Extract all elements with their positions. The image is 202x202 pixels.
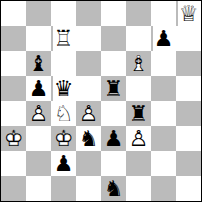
square-g4[interactable]: [151, 101, 176, 126]
square-h5[interactable]: [176, 76, 201, 101]
square-e1[interactable]: ♞: [101, 176, 126, 201]
square-e8[interactable]: [101, 1, 126, 26]
square-c7[interactable]: ♜♖: [51, 26, 76, 51]
square-c4[interactable]: ♞♘: [51, 101, 76, 126]
square-g3[interactable]: [151, 126, 176, 151]
square-a1[interactable]: [1, 176, 26, 201]
square-b2[interactable]: [26, 151, 51, 176]
square-a3[interactable]: ♚♔: [1, 126, 26, 151]
square-h3[interactable]: [176, 126, 201, 151]
square-d2[interactable]: [76, 151, 101, 176]
square-f3[interactable]: ♟♙: [126, 126, 151, 151]
black-rook: ♜: [101, 76, 126, 101]
square-b7[interactable]: [26, 26, 51, 51]
square-e6[interactable]: [101, 51, 126, 76]
square-a2[interactable]: [1, 151, 26, 176]
square-g7[interactable]: ♟: [151, 26, 176, 51]
square-g6[interactable]: [151, 51, 176, 76]
black-knight: ♞: [76, 126, 101, 151]
square-h6[interactable]: [176, 51, 201, 76]
square-c3[interactable]: ♚♔: [51, 126, 76, 151]
square-f7[interactable]: [126, 26, 151, 51]
black-pawn: ♟: [26, 76, 51, 101]
square-h1[interactable]: [176, 176, 201, 201]
square-a5[interactable]: [1, 76, 26, 101]
square-c5[interactable]: ♛: [51, 76, 76, 101]
square-b6[interactable]: ♝: [26, 51, 51, 76]
square-e7[interactable]: [101, 26, 126, 51]
black-pawn: ♟: [101, 126, 126, 151]
white-rook: ♜♖: [51, 26, 76, 51]
square-g1[interactable]: [151, 176, 176, 201]
black-pawn: ♟: [151, 26, 176, 51]
black-bishop: ♝: [26, 51, 51, 76]
square-d6[interactable]: [76, 51, 101, 76]
square-h8[interactable]: ♛♕: [176, 1, 201, 26]
square-g5[interactable]: [151, 76, 176, 101]
black-queen: ♛: [51, 76, 76, 101]
black-rook: ♜: [126, 101, 151, 126]
square-e2[interactable]: [101, 151, 126, 176]
square-b8[interactable]: [26, 1, 51, 26]
square-a4[interactable]: [1, 101, 26, 126]
square-e3[interactable]: ♟: [101, 126, 126, 151]
square-h7[interactable]: [176, 26, 201, 51]
black-knight: ♞: [101, 176, 126, 201]
square-e4[interactable]: [101, 101, 126, 126]
square-g8[interactable]: [151, 1, 176, 26]
square-d1[interactable]: [76, 176, 101, 201]
white-pawn: ♟♙: [76, 101, 101, 126]
square-f2[interactable]: [126, 151, 151, 176]
square-a8[interactable]: [1, 1, 26, 26]
white-bishop: ♝♗: [126, 51, 151, 76]
square-c2[interactable]: ♟: [51, 151, 76, 176]
square-a6[interactable]: [1, 51, 26, 76]
square-d3[interactable]: ♞: [76, 126, 101, 151]
square-d7[interactable]: [76, 26, 101, 51]
white-king: ♚♔: [51, 126, 76, 151]
white-king: ♚♔: [1, 126, 26, 151]
square-c1[interactable]: [51, 176, 76, 201]
square-d4[interactable]: ♟♙: [76, 101, 101, 126]
white-knight: ♞♘: [51, 101, 76, 126]
chess-board: ♛♕♜♖♟♝♝♗♟♛♜♟♙♞♘♟♙♜♚♔♚♔♞♟♟♙♟♞: [1, 1, 201, 201]
square-f4[interactable]: ♜: [126, 101, 151, 126]
square-f6[interactable]: ♝♗: [126, 51, 151, 76]
square-a7[interactable]: [1, 26, 26, 51]
square-c8[interactable]: [51, 1, 76, 26]
square-e5[interactable]: ♜: [101, 76, 126, 101]
board-frame: ♛♕♜♖♟♝♝♗♟♛♜♟♙♞♘♟♙♜♚♔♚♔♞♟♟♙♟♞: [0, 0, 202, 202]
square-b3[interactable]: [26, 126, 51, 151]
square-f1[interactable]: [126, 176, 151, 201]
white-pawn: ♟♙: [26, 101, 51, 126]
square-f8[interactable]: [126, 1, 151, 26]
square-h4[interactable]: [176, 101, 201, 126]
white-queen: ♛♕: [176, 1, 201, 26]
square-h2[interactable]: [176, 151, 201, 176]
square-g2[interactable]: [151, 151, 176, 176]
black-pawn: ♟: [51, 151, 76, 176]
square-f5[interactable]: [126, 76, 151, 101]
square-d8[interactable]: [76, 1, 101, 26]
square-c6[interactable]: [51, 51, 76, 76]
square-b1[interactable]: [26, 176, 51, 201]
square-d5[interactable]: [76, 76, 101, 101]
square-b5[interactable]: ♟: [26, 76, 51, 101]
square-b4[interactable]: ♟♙: [26, 101, 51, 126]
white-pawn: ♟♙: [126, 126, 151, 151]
